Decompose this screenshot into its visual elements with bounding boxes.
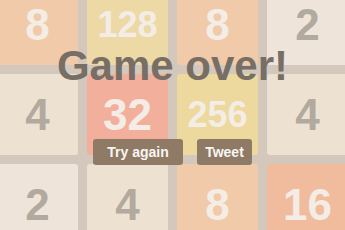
game-2048-board: 8 128 8 2 4 32 256 4 2 4 8 16 Game over!… bbox=[0, 0, 345, 230]
try-again-button[interactable]: Try again bbox=[93, 139, 183, 165]
game-over-overlay: Game over! Try again Tweet bbox=[0, 0, 345, 230]
game-over-actions: Try again Tweet bbox=[0, 139, 345, 165]
tweet-button[interactable]: Tweet bbox=[197, 139, 252, 165]
game-over-message: Game over! bbox=[0, 45, 345, 87]
